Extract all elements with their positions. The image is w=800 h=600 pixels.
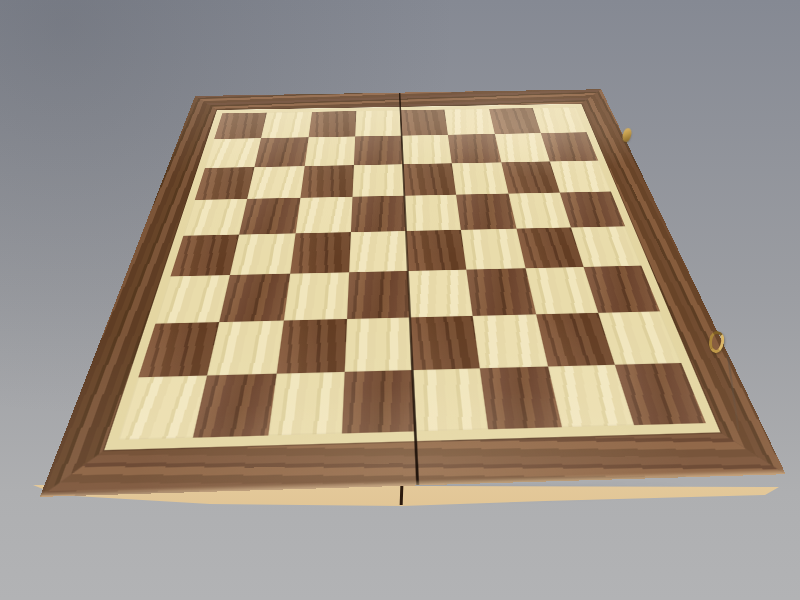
square-c1[interactable] bbox=[268, 372, 345, 436]
square-e7[interactable] bbox=[402, 135, 452, 164]
square-b4[interactable] bbox=[230, 233, 295, 275]
square-h4[interactable] bbox=[571, 226, 642, 267]
square-a7[interactable] bbox=[205, 138, 261, 167]
square-h5[interactable] bbox=[560, 191, 626, 227]
square-d7[interactable] bbox=[354, 136, 403, 165]
square-f3[interactable] bbox=[467, 268, 536, 315]
square-c4[interactable] bbox=[290, 232, 351, 274]
square-f6[interactable] bbox=[452, 162, 508, 194]
square-h3[interactable] bbox=[583, 266, 660, 313]
square-d5[interactable] bbox=[351, 196, 406, 233]
square-e5[interactable] bbox=[404, 194, 461, 231]
square-f8[interactable] bbox=[445, 109, 495, 135]
square-c6[interactable] bbox=[300, 165, 354, 198]
square-e1[interactable] bbox=[412, 368, 488, 431]
square-f2[interactable] bbox=[473, 314, 548, 368]
square-f5[interactable] bbox=[456, 193, 516, 229]
square-b3[interactable] bbox=[220, 274, 290, 322]
square-a4[interactable] bbox=[170, 235, 239, 277]
square-h8[interactable] bbox=[533, 107, 587, 133]
square-c3[interactable] bbox=[283, 273, 349, 321]
square-a3[interactable] bbox=[156, 275, 231, 323]
square-c2[interactable] bbox=[276, 319, 347, 374]
square-d1[interactable] bbox=[342, 370, 416, 434]
square-d6[interactable] bbox=[352, 164, 404, 197]
square-e2[interactable] bbox=[410, 315, 480, 369]
square-e6[interactable] bbox=[403, 163, 456, 195]
square-d8[interactable] bbox=[355, 110, 402, 136]
square-b2[interactable] bbox=[207, 320, 283, 375]
square-b7[interactable] bbox=[255, 137, 308, 166]
square-b1[interactable] bbox=[193, 373, 276, 437]
square-c8[interactable] bbox=[308, 111, 356, 137]
square-d2[interactable] bbox=[344, 317, 412, 372]
square-b8[interactable] bbox=[261, 112, 311, 138]
square-c5[interactable] bbox=[295, 197, 352, 234]
photo-background bbox=[0, 0, 800, 600]
square-a8[interactable] bbox=[214, 113, 267, 140]
square-g8[interactable] bbox=[489, 108, 541, 134]
square-e4[interactable] bbox=[406, 230, 467, 271]
square-f4[interactable] bbox=[461, 229, 525, 270]
square-d3[interactable] bbox=[347, 271, 410, 318]
square-e3[interactable] bbox=[408, 270, 473, 317]
square-f7[interactable] bbox=[448, 134, 501, 163]
square-a2[interactable] bbox=[138, 322, 219, 377]
square-h6[interactable] bbox=[550, 160, 611, 192]
square-d4[interactable] bbox=[349, 231, 408, 273]
chessboard bbox=[40, 89, 786, 497]
square-a6[interactable] bbox=[195, 167, 255, 200]
square-b6[interactable] bbox=[248, 166, 305, 199]
square-c7[interactable] bbox=[304, 137, 355, 166]
square-e8[interactable] bbox=[400, 110, 448, 136]
square-b5[interactable] bbox=[239, 198, 300, 235]
board-scene bbox=[0, 0, 800, 600]
square-h7[interactable] bbox=[541, 132, 598, 161]
square-a5[interactable] bbox=[183, 199, 247, 236]
